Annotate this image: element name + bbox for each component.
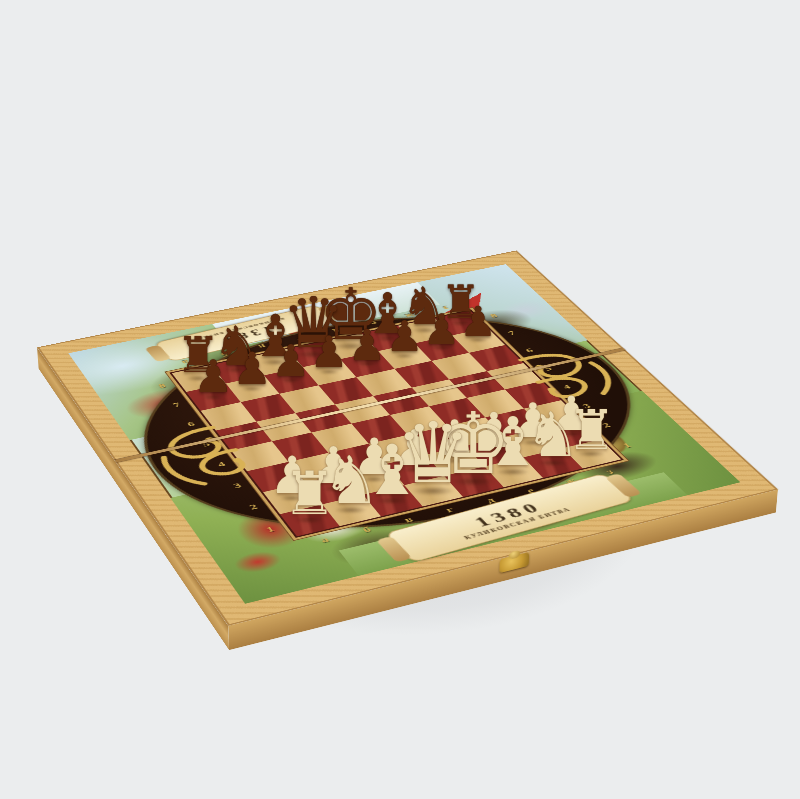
piece-black-pawn-d7: ♟ bbox=[310, 331, 349, 374]
piece-white-rook-a1: ♜ bbox=[283, 464, 336, 524]
product-photo-scene: 1122334455667788ааббввггддеежжзз 1380 КУ… bbox=[0, 0, 800, 799]
piece-black-pawn-f7: ♟ bbox=[385, 316, 423, 358]
piece-black-pawn-g7: ♟ bbox=[423, 309, 461, 351]
piece-black-pawn-h7: ♟ bbox=[459, 301, 496, 343]
pieces-layer: ♜♞♝♟♚♟♛♟♝♟♞♟♜♟♟♟♟♟♟♜♟♞♟♝♟♚♟♛♟♝♞♜ bbox=[0, 0, 800, 799]
piece-black-pawn-b7: ♟ bbox=[232, 347, 272, 391]
piece-black-pawn-e7: ♟ bbox=[348, 324, 386, 367]
piece-black-pawn-a7: ♟ bbox=[193, 355, 233, 400]
piece-black-pawn-c7: ♟ bbox=[271, 339, 310, 383]
